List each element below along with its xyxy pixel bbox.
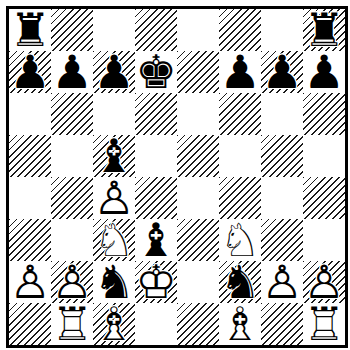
square-e4[interactable] [177, 177, 219, 219]
piece-glyph: ♙ [261, 261, 303, 303]
white-rook-h1[interactable]: ♜♖ [303, 303, 345, 345]
white-king-d2[interactable]: ♚♔ [135, 261, 177, 303]
square-e8[interactable] [177, 9, 219, 51]
square-e5[interactable] [177, 135, 219, 177]
square-g2[interactable]: ♟♙ [261, 261, 303, 303]
black-pawn-g7[interactable]: ♟♟ [261, 51, 303, 93]
square-f6[interactable] [219, 93, 261, 135]
piece-glyph: ♟ [219, 51, 261, 93]
square-f5[interactable] [219, 135, 261, 177]
square-a5[interactable] [9, 135, 51, 177]
white-bishop-f1[interactable]: ♝♗ [219, 303, 261, 345]
piece-glyph: ♚ [135, 51, 177, 93]
piece-glyph: ♔ [135, 261, 177, 303]
chess-diagram: ♜♜♜♜♟♟♟♟♟♟♚♚♟♟♟♟♟♟♝♝♟♙♞♘♝♝♞♘♟♙♟♙♞♞♚♔♞♞♟♙… [0, 0, 350, 350]
white-pawn-g2[interactable]: ♟♙ [261, 261, 303, 303]
piece-glyph: ♙ [9, 261, 51, 303]
square-g6[interactable] [261, 93, 303, 135]
piece-glyph: ♗ [219, 303, 261, 345]
square-c1[interactable]: ♝♗ [93, 303, 135, 345]
piece-glyph: ♟ [261, 51, 303, 93]
square-d2[interactable]: ♚♔ [135, 261, 177, 303]
square-e2[interactable] [177, 261, 219, 303]
piece-glyph: ♟ [303, 51, 345, 93]
white-bishop-c1[interactable]: ♝♗ [93, 303, 135, 345]
square-a1[interactable] [9, 303, 51, 345]
square-e6[interactable] [177, 93, 219, 135]
square-g7[interactable]: ♟♟ [261, 51, 303, 93]
square-g4[interactable] [261, 177, 303, 219]
square-g1[interactable] [261, 303, 303, 345]
square-a2[interactable]: ♟♙ [9, 261, 51, 303]
black-pawn-c7[interactable]: ♟♟ [93, 51, 135, 93]
square-f1[interactable]: ♝♗ [219, 303, 261, 345]
square-b5[interactable] [51, 135, 93, 177]
square-e1[interactable] [177, 303, 219, 345]
black-pawn-b7[interactable]: ♟♟ [51, 51, 93, 93]
square-c7[interactable]: ♟♟ [93, 51, 135, 93]
square-h6[interactable] [303, 93, 345, 135]
square-b7[interactable]: ♟♟ [51, 51, 93, 93]
black-king-d7[interactable]: ♚♚ [135, 51, 177, 93]
piece-glyph: ♟ [51, 51, 93, 93]
square-e7[interactable] [177, 51, 219, 93]
square-b1[interactable]: ♜♖ [51, 303, 93, 345]
piece-glyph: ♖ [51, 303, 93, 345]
black-pawn-a7[interactable]: ♟♟ [9, 51, 51, 93]
piece-glyph: ♗ [93, 303, 135, 345]
square-b4[interactable] [51, 177, 93, 219]
square-h4[interactable] [303, 177, 345, 219]
square-f7[interactable]: ♟♟ [219, 51, 261, 93]
square-a7[interactable]: ♟♟ [9, 51, 51, 93]
square-d1[interactable] [135, 303, 177, 345]
square-d5[interactable] [135, 135, 177, 177]
square-d7[interactable]: ♚♚ [135, 51, 177, 93]
piece-glyph: ♖ [303, 303, 345, 345]
square-g5[interactable] [261, 135, 303, 177]
square-b6[interactable] [51, 93, 93, 135]
piece-glyph: ♟ [93, 51, 135, 93]
square-a4[interactable] [9, 177, 51, 219]
black-pawn-f7[interactable]: ♟♟ [219, 51, 261, 93]
piece-glyph: ♟ [9, 51, 51, 93]
square-e3[interactable] [177, 219, 219, 261]
black-pawn-h7[interactable]: ♟♟ [303, 51, 345, 93]
square-h5[interactable] [303, 135, 345, 177]
chess-board: ♜♜♜♜♟♟♟♟♟♟♚♚♟♟♟♟♟♟♝♝♟♙♞♘♝♝♞♘♟♙♟♙♞♞♚♔♞♞♟♙… [9, 9, 345, 345]
square-d6[interactable] [135, 93, 177, 135]
square-h7[interactable]: ♟♟ [303, 51, 345, 93]
white-rook-b1[interactable]: ♜♖ [51, 303, 93, 345]
square-h1[interactable]: ♜♖ [303, 303, 345, 345]
square-a6[interactable] [9, 93, 51, 135]
white-pawn-a2[interactable]: ♟♙ [9, 261, 51, 303]
